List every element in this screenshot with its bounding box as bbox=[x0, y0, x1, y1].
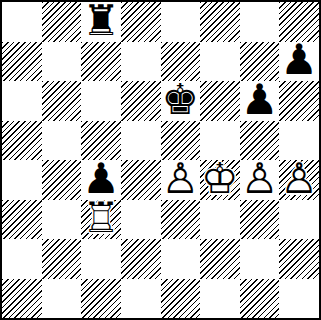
square-g6[interactable]: ♟ bbox=[240, 81, 280, 121]
square-f1[interactable] bbox=[200, 279, 240, 319]
square-g4[interactable]: ♟♙ bbox=[240, 160, 280, 200]
square-e1[interactable] bbox=[161, 279, 201, 319]
piece-white-pawn[interactable]: ♟♙ bbox=[240, 160, 280, 200]
square-d5[interactable] bbox=[121, 121, 161, 161]
chess-board-frame: ♜♟♚♟♟♟♙♚♔♟♙♟♙♜♖ bbox=[0, 0, 321, 320]
square-d8[interactable] bbox=[121, 2, 161, 42]
square-h6[interactable] bbox=[279, 81, 319, 121]
square-a3[interactable] bbox=[2, 200, 42, 240]
white-pawn-glyph: ♙ bbox=[161, 158, 199, 200]
square-f8[interactable] bbox=[200, 2, 240, 42]
square-g1[interactable] bbox=[240, 279, 280, 319]
square-b8[interactable] bbox=[42, 2, 82, 42]
square-c2[interactable] bbox=[81, 239, 121, 279]
square-b2[interactable] bbox=[42, 239, 82, 279]
black-pawn-glyph: ♟ bbox=[241, 79, 279, 121]
piece-black-pawn[interactable]: ♟ bbox=[240, 81, 280, 121]
square-g3[interactable] bbox=[240, 200, 280, 240]
black-pawn-glyph: ♟ bbox=[280, 39, 318, 81]
square-a4[interactable] bbox=[2, 160, 42, 200]
chess-board: ♜♟♚♟♟♟♙♚♔♟♙♟♙♜♖ bbox=[2, 2, 319, 318]
piece-white-king[interactable]: ♚♔ bbox=[200, 160, 240, 200]
square-h2[interactable] bbox=[279, 239, 319, 279]
square-e2[interactable] bbox=[161, 239, 201, 279]
square-c6[interactable] bbox=[81, 81, 121, 121]
square-h3[interactable] bbox=[279, 200, 319, 240]
square-h1[interactable] bbox=[279, 279, 319, 319]
white-pawn-glyph: ♙ bbox=[241, 158, 279, 200]
square-h4[interactable]: ♟♙ bbox=[279, 160, 319, 200]
piece-white-pawn[interactable]: ♟♙ bbox=[279, 160, 319, 200]
square-a6[interactable] bbox=[2, 81, 42, 121]
square-f3[interactable] bbox=[200, 200, 240, 240]
square-c7[interactable] bbox=[81, 42, 121, 82]
square-f2[interactable] bbox=[200, 239, 240, 279]
white-pawn-glyph: ♙ bbox=[280, 158, 318, 200]
square-g2[interactable] bbox=[240, 239, 280, 279]
square-c8[interactable]: ♜ bbox=[81, 2, 121, 42]
square-c3[interactable]: ♜♖ bbox=[81, 200, 121, 240]
piece-black-king[interactable]: ♚ bbox=[161, 81, 201, 121]
square-f4[interactable]: ♚♔ bbox=[200, 160, 240, 200]
square-d4[interactable] bbox=[121, 160, 161, 200]
black-king-glyph: ♚ bbox=[161, 79, 199, 121]
square-e3[interactable] bbox=[161, 200, 201, 240]
square-f7[interactable] bbox=[200, 42, 240, 82]
square-b1[interactable] bbox=[42, 279, 82, 319]
square-d3[interactable] bbox=[121, 200, 161, 240]
square-d6[interactable] bbox=[121, 81, 161, 121]
square-c1[interactable] bbox=[81, 279, 121, 319]
square-a2[interactable] bbox=[2, 239, 42, 279]
square-e4[interactable]: ♟♙ bbox=[161, 160, 201, 200]
square-h7[interactable]: ♟ bbox=[279, 42, 319, 82]
square-a1[interactable] bbox=[2, 279, 42, 319]
white-king-glyph: ♔ bbox=[201, 158, 239, 200]
square-b5[interactable] bbox=[42, 121, 82, 161]
square-e6[interactable]: ♚ bbox=[161, 81, 201, 121]
square-b4[interactable] bbox=[42, 160, 82, 200]
square-d1[interactable] bbox=[121, 279, 161, 319]
white-rook-glyph: ♖ bbox=[82, 197, 120, 239]
square-b6[interactable] bbox=[42, 81, 82, 121]
piece-black-rook[interactable]: ♜ bbox=[81, 2, 121, 42]
square-a8[interactable] bbox=[2, 2, 42, 42]
piece-white-rook[interactable]: ♜♖ bbox=[81, 200, 121, 240]
square-b3[interactable] bbox=[42, 200, 82, 240]
piece-white-pawn[interactable]: ♟♙ bbox=[161, 160, 201, 200]
square-a5[interactable] bbox=[2, 121, 42, 161]
square-b7[interactable] bbox=[42, 42, 82, 82]
square-g8[interactable] bbox=[240, 2, 280, 42]
black-rook-glyph: ♜ bbox=[82, 0, 120, 42]
square-d2[interactable] bbox=[121, 239, 161, 279]
square-a7[interactable] bbox=[2, 42, 42, 82]
square-d7[interactable] bbox=[121, 42, 161, 82]
square-e8[interactable] bbox=[161, 2, 201, 42]
square-f6[interactable] bbox=[200, 81, 240, 121]
piece-black-pawn[interactable]: ♟ bbox=[279, 42, 319, 82]
